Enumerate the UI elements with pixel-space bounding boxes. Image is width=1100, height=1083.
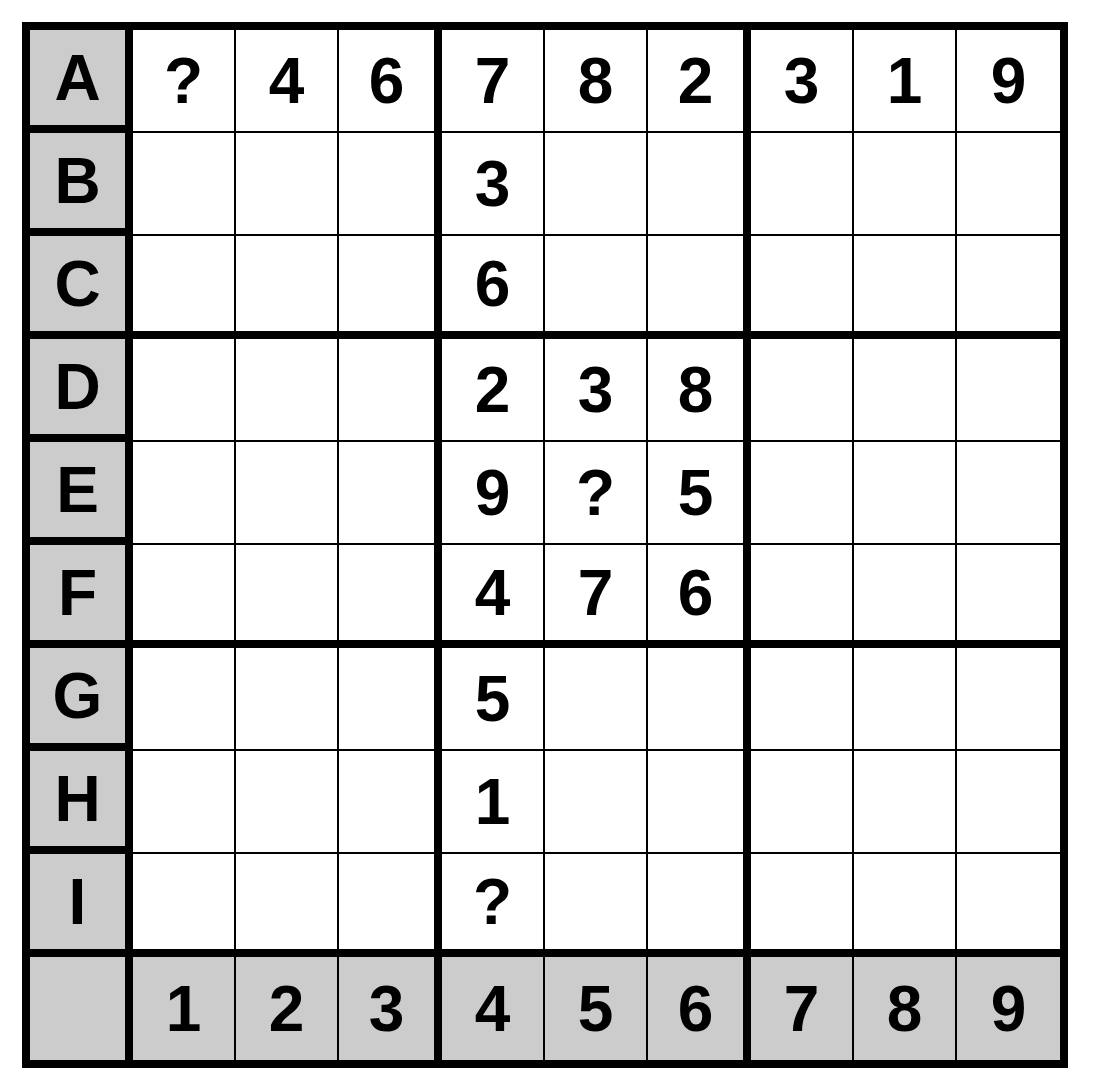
cell-c5[interactable] [545, 236, 648, 339]
cell-c6[interactable] [648, 236, 751, 339]
cell-i1[interactable] [133, 854, 236, 957]
cell-b9[interactable] [957, 133, 1060, 236]
cell-g5[interactable] [545, 648, 648, 751]
cell-a9[interactable]: 9 [957, 30, 1060, 133]
cell-e4[interactable]: 9 [442, 442, 545, 545]
cell-d3[interactable] [339, 339, 442, 442]
cell-e2[interactable] [236, 442, 339, 545]
cell-d2[interactable] [236, 339, 339, 442]
cell-a4[interactable]: 7 [442, 30, 545, 133]
cell-f8[interactable] [854, 545, 957, 648]
cell-i9[interactable] [957, 854, 1060, 957]
cell-g3[interactable] [339, 648, 442, 751]
cell-a1[interactable]: ? [133, 30, 236, 133]
col-label-1: 1 [133, 957, 236, 1060]
cell-g9[interactable] [957, 648, 1060, 751]
cell-g7[interactable] [751, 648, 854, 751]
cell-e9[interactable] [957, 442, 1060, 545]
col-label-9: 9 [957, 957, 1060, 1060]
cell-i8[interactable] [854, 854, 957, 957]
cell-a6[interactable]: 2 [648, 30, 751, 133]
cell-f6[interactable]: 6 [648, 545, 751, 648]
cell-c7[interactable] [751, 236, 854, 339]
row-label-a: A [30, 30, 133, 133]
cell-e7[interactable] [751, 442, 854, 545]
cell-h3[interactable] [339, 751, 442, 854]
cell-f2[interactable] [236, 545, 339, 648]
cell-f5[interactable]: 7 [545, 545, 648, 648]
cell-g8[interactable] [854, 648, 957, 751]
cell-f4[interactable]: 4 [442, 545, 545, 648]
cell-d6[interactable]: 8 [648, 339, 751, 442]
col-label-4: 4 [442, 957, 545, 1060]
cell-i5[interactable] [545, 854, 648, 957]
cell-i2[interactable] [236, 854, 339, 957]
row-label-d: D [30, 339, 133, 442]
cell-a5[interactable]: 8 [545, 30, 648, 133]
cell-g4[interactable]: 5 [442, 648, 545, 751]
col-label-6: 6 [648, 957, 751, 1060]
col-label-2: 2 [236, 957, 339, 1060]
cell-h7[interactable] [751, 751, 854, 854]
row-label-g: G [30, 648, 133, 751]
cell-a8[interactable]: 1 [854, 30, 957, 133]
cell-c2[interactable] [236, 236, 339, 339]
cell-i6[interactable] [648, 854, 751, 957]
cell-b1[interactable] [133, 133, 236, 236]
cell-e1[interactable] [133, 442, 236, 545]
cell-c8[interactable] [854, 236, 957, 339]
cell-b5[interactable] [545, 133, 648, 236]
cell-d8[interactable] [854, 339, 957, 442]
cell-d9[interactable] [957, 339, 1060, 442]
row-label-e: E [30, 442, 133, 545]
cell-f7[interactable] [751, 545, 854, 648]
cell-g6[interactable] [648, 648, 751, 751]
cell-h2[interactable] [236, 751, 339, 854]
cell-i4[interactable]: ? [442, 854, 545, 957]
cell-g1[interactable] [133, 648, 236, 751]
cell-e3[interactable] [339, 442, 442, 545]
row-label-h: H [30, 751, 133, 854]
col-label-3: 3 [339, 957, 442, 1060]
col-label-5: 5 [545, 957, 648, 1060]
cell-b8[interactable] [854, 133, 957, 236]
cell-b4[interactable]: 3 [442, 133, 545, 236]
cell-g2[interactable] [236, 648, 339, 751]
cell-h8[interactable] [854, 751, 957, 854]
cell-h5[interactable] [545, 751, 648, 854]
cell-e8[interactable] [854, 442, 957, 545]
row-label-i: I [30, 854, 133, 957]
row-label-c: C [30, 236, 133, 339]
cell-c3[interactable] [339, 236, 442, 339]
cell-c9[interactable] [957, 236, 1060, 339]
corner-cell [30, 957, 133, 1060]
cell-a3[interactable]: 6 [339, 30, 442, 133]
cell-i3[interactable] [339, 854, 442, 957]
cell-b7[interactable] [751, 133, 854, 236]
row-label-f: F [30, 545, 133, 648]
cell-h9[interactable] [957, 751, 1060, 854]
cell-d7[interactable] [751, 339, 854, 442]
cell-c4[interactable]: 6 [442, 236, 545, 339]
cell-c1[interactable] [133, 236, 236, 339]
col-label-8: 8 [854, 957, 957, 1060]
cell-f9[interactable] [957, 545, 1060, 648]
cell-h6[interactable] [648, 751, 751, 854]
cell-f3[interactable] [339, 545, 442, 648]
cell-d5[interactable]: 3 [545, 339, 648, 442]
cell-h4[interactable]: 1 [442, 751, 545, 854]
cell-e6[interactable]: 5 [648, 442, 751, 545]
cell-h1[interactable] [133, 751, 236, 854]
sudoku-board: A?46782319B3C6D238E9?5F476G5H1I?12345678… [22, 22, 1068, 1068]
cell-d4[interactable]: 2 [442, 339, 545, 442]
cell-b2[interactable] [236, 133, 339, 236]
col-label-7: 7 [751, 957, 854, 1060]
cell-b6[interactable] [648, 133, 751, 236]
cell-b3[interactable] [339, 133, 442, 236]
cell-e5[interactable]: ? [545, 442, 648, 545]
cell-d1[interactable] [133, 339, 236, 442]
row-label-b: B [30, 133, 133, 236]
cell-f1[interactable] [133, 545, 236, 648]
cell-a7[interactable]: 3 [751, 30, 854, 133]
cell-a2[interactable]: 4 [236, 30, 339, 133]
cell-i7[interactable] [751, 854, 854, 957]
